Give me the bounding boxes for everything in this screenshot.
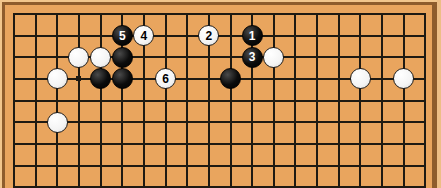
board-frame-top bbox=[0, 2, 438, 5]
stone-white-6: 6 bbox=[155, 68, 176, 89]
go-board-diagram: 542136 bbox=[0, 0, 441, 188]
grid-hline bbox=[13, 143, 426, 145]
stone-white-2: 2 bbox=[198, 25, 219, 46]
stone-black bbox=[112, 47, 133, 68]
stone-black-3: 3 bbox=[242, 47, 263, 68]
board-frame-left bbox=[2, 2, 5, 188]
stone-white bbox=[68, 47, 89, 68]
stone-black-5: 5 bbox=[112, 25, 133, 46]
stone-white bbox=[47, 112, 68, 133]
stone-white bbox=[393, 68, 414, 89]
stone-white bbox=[90, 47, 111, 68]
stone-black bbox=[90, 68, 111, 89]
grid-hline bbox=[13, 13, 426, 15]
stone-black bbox=[220, 68, 241, 89]
grid-hline bbox=[13, 35, 426, 37]
stone-white-4: 4 bbox=[133, 25, 154, 46]
grid-hline bbox=[13, 165, 426, 167]
stone-white bbox=[350, 68, 371, 89]
grid-hline bbox=[13, 100, 426, 102]
stone-white bbox=[47, 68, 68, 89]
grid-hline bbox=[13, 186, 426, 188]
grid-hline bbox=[13, 121, 426, 123]
stone-black bbox=[112, 68, 133, 89]
board-frame-right-highlight bbox=[437, 0, 441, 188]
stone-white bbox=[263, 47, 284, 68]
hoshi-marker bbox=[76, 76, 81, 81]
stone-black-1: 1 bbox=[242, 25, 263, 46]
